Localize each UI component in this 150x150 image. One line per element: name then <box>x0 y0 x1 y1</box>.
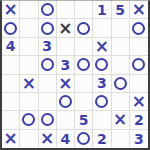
cell-r4c1[interactable] <box>2 56 20 74</box>
clue-number: 3 <box>134 132 144 146</box>
cell-r2c8[interactable] <box>130 19 148 37</box>
cell-r4c3[interactable] <box>39 56 57 74</box>
cell-r3c5[interactable] <box>75 38 93 56</box>
cell-r2c1[interactable] <box>2 19 20 37</box>
clue-number: 3 <box>61 58 71 72</box>
cell-r7c7[interactable]: × <box>112 111 130 129</box>
clue-number: 3 <box>42 39 52 53</box>
clue-number: 4 <box>6 39 16 53</box>
cell-r5c7[interactable] <box>112 75 130 93</box>
cell-r4c5[interactable] <box>75 56 93 74</box>
cell-r5c4[interactable]: × <box>57 75 75 93</box>
circle-mark <box>95 58 108 71</box>
cell-r2c6[interactable] <box>93 19 111 37</box>
circle-mark <box>77 22 90 35</box>
cell-r6c6[interactable] <box>93 93 111 111</box>
cross-mark: × <box>95 38 109 55</box>
puzzle-board: ×15××43×3××3×5×2××423 <box>0 0 150 150</box>
cross-mark: × <box>4 1 18 18</box>
cell-r1c6[interactable]: 1 <box>93 1 111 19</box>
cell-r2c4[interactable]: × <box>57 19 75 37</box>
cell-r5c6[interactable]: 3 <box>93 75 111 93</box>
clue-number: 3 <box>97 76 107 90</box>
cell-r1c4[interactable] <box>57 1 75 19</box>
cross-mark: × <box>132 93 146 110</box>
cross-mark: × <box>4 130 18 147</box>
cell-r5c1[interactable] <box>2 75 20 93</box>
cell-r2c5[interactable] <box>75 19 93 37</box>
cell-r7c4[interactable] <box>57 111 75 129</box>
cell-r5c3[interactable] <box>39 75 57 93</box>
cross-mark: × <box>22 75 36 92</box>
cross-mark: × <box>113 111 127 128</box>
clue-number: 5 <box>115 3 125 17</box>
cell-r7c3[interactable] <box>39 111 57 129</box>
cell-r8c1[interactable]: × <box>2 130 20 148</box>
cell-r8c4[interactable]: 4 <box>57 130 75 148</box>
cell-r8c8[interactable]: 3 <box>130 130 148 148</box>
circle-mark <box>132 58 145 71</box>
cell-r4c6[interactable] <box>93 56 111 74</box>
cell-r3c1[interactable]: 4 <box>2 38 20 56</box>
cell-r7c2[interactable] <box>20 111 38 129</box>
cell-r4c4[interactable]: 3 <box>57 56 75 74</box>
circle-mark <box>77 58 90 71</box>
clue-number: 4 <box>61 132 71 146</box>
cell-r8c7[interactable] <box>112 130 130 148</box>
cell-r6c7[interactable] <box>112 93 130 111</box>
cell-r3c6[interactable]: × <box>93 38 111 56</box>
circle-mark <box>22 113 35 126</box>
cell-r6c4[interactable] <box>57 93 75 111</box>
cell-r7c8[interactable]: 2 <box>130 111 148 129</box>
circle-mark <box>41 113 54 126</box>
cell-r8c2[interactable] <box>20 130 38 148</box>
cell-r5c8[interactable] <box>130 75 148 93</box>
circle-mark <box>41 22 54 35</box>
cell-r3c8[interactable] <box>130 38 148 56</box>
cell-r1c7[interactable]: 5 <box>112 1 130 19</box>
circle-mark <box>132 22 145 35</box>
cell-r2c2[interactable] <box>20 19 38 37</box>
cell-r7c5[interactable]: 5 <box>75 111 93 129</box>
cross-mark: × <box>132 1 146 18</box>
cell-r6c8[interactable]: × <box>130 93 148 111</box>
cell-r2c3[interactable] <box>39 19 57 37</box>
cell-r6c3[interactable] <box>39 93 57 111</box>
cell-r6c5[interactable] <box>75 93 93 111</box>
cell-r2c7[interactable] <box>112 19 130 37</box>
circle-mark <box>4 22 17 35</box>
cell-r6c1[interactable] <box>2 93 20 111</box>
cell-r1c5[interactable] <box>75 1 93 19</box>
cross-mark: × <box>40 130 54 147</box>
circle-mark <box>41 3 54 16</box>
circle-mark <box>114 77 127 90</box>
circle-mark <box>95 95 108 108</box>
cross-mark: × <box>58 75 72 92</box>
cell-r5c5[interactable] <box>75 75 93 93</box>
clue-number: 2 <box>134 113 144 127</box>
cell-r4c2[interactable] <box>20 56 38 74</box>
clue-number: 1 <box>97 3 107 17</box>
cell-r7c6[interactable] <box>93 111 111 129</box>
clue-number: 2 <box>97 132 107 146</box>
circle-mark <box>59 95 72 108</box>
cell-r3c4[interactable] <box>57 38 75 56</box>
cell-r1c1[interactable]: × <box>2 1 20 19</box>
cell-r4c7[interactable] <box>112 56 130 74</box>
clue-number: 5 <box>79 113 89 127</box>
cell-r8c5[interactable] <box>75 130 93 148</box>
cell-r3c7[interactable] <box>112 38 130 56</box>
cell-r8c6[interactable]: 2 <box>93 130 111 148</box>
cell-r3c3[interactable]: 3 <box>39 38 57 56</box>
cell-r1c2[interactable] <box>20 1 38 19</box>
circle-mark <box>41 58 54 71</box>
cell-r4c8[interactable] <box>130 56 148 74</box>
cell-r5c2[interactable]: × <box>20 75 38 93</box>
cell-r1c3[interactable] <box>39 1 57 19</box>
cell-r1c8[interactable]: × <box>130 1 148 19</box>
cell-r3c2[interactable] <box>20 38 38 56</box>
circle-mark <box>77 132 90 145</box>
cell-r6c2[interactable] <box>20 93 38 111</box>
cell-r7c1[interactable] <box>2 111 20 129</box>
cross-mark: × <box>58 20 72 37</box>
cell-r8c3[interactable]: × <box>39 130 57 148</box>
